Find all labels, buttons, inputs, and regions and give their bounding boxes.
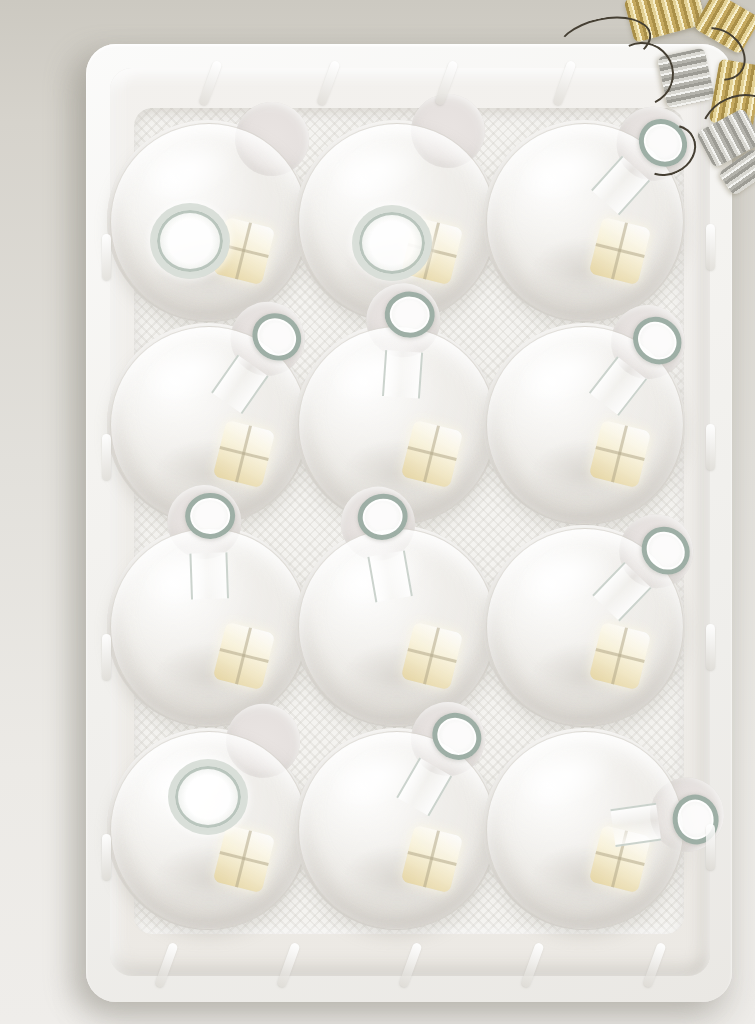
ornament-cap-gold [624, 0, 707, 43]
glass-ornament-ball [486, 528, 684, 726]
ornament-opening-ring [150, 203, 230, 279]
tray-rib [102, 434, 111, 480]
tray-pocket-cell [490, 120, 678, 323]
glass-ornament-ball [110, 528, 308, 726]
ornament-neck-stem [189, 553, 229, 600]
tray-pocket-cell [302, 728, 490, 931]
pocket-grid [114, 120, 678, 930]
tray-pocket-cell [490, 728, 678, 931]
tray-wall [110, 68, 710, 976]
ornament-tray [86, 44, 732, 1002]
ornament-neck [183, 493, 230, 628]
tray-rib [706, 624, 715, 670]
window-reflection [213, 622, 276, 690]
ornament-neck [376, 290, 427, 427]
tray-pocket-cell [114, 525, 302, 728]
ornament-neck-stem [382, 350, 423, 399]
glass-ornament-ball [110, 731, 308, 929]
tray-floor [134, 108, 684, 934]
tray-pocket-cell [490, 525, 678, 728]
window-reflection [401, 420, 464, 488]
tray-rib [102, 834, 111, 880]
tray-pocket-cell [302, 525, 490, 728]
window-reflection [401, 622, 464, 690]
glass-ornament-ball [486, 123, 684, 321]
ornament-opening-ring [352, 205, 432, 281]
tray-rib [706, 424, 715, 470]
window-reflection [213, 825, 276, 893]
tray-pocket-cell [490, 323, 678, 526]
glass-ornament-ball [486, 326, 684, 524]
glass-ornament-ball [486, 731, 684, 929]
tray-pocket-cell [114, 728, 302, 931]
tray-rib [706, 824, 715, 870]
tray-rib [102, 634, 111, 680]
photo-stage [0, 0, 755, 1024]
ornament-neck [582, 790, 721, 850]
glass-ornament-ball [110, 123, 308, 321]
ornament-opening-ring [168, 759, 248, 835]
tray-rib [706, 224, 715, 270]
tray-pocket-cell [114, 120, 302, 323]
ornament-neck-stem [610, 803, 661, 847]
tray-rib [102, 234, 111, 280]
ornament-neck-lip [184, 492, 236, 540]
glass-ornament-ball [298, 528, 496, 726]
glass-ornament-ball [298, 731, 496, 929]
ornament-neck-stem [367, 551, 412, 603]
